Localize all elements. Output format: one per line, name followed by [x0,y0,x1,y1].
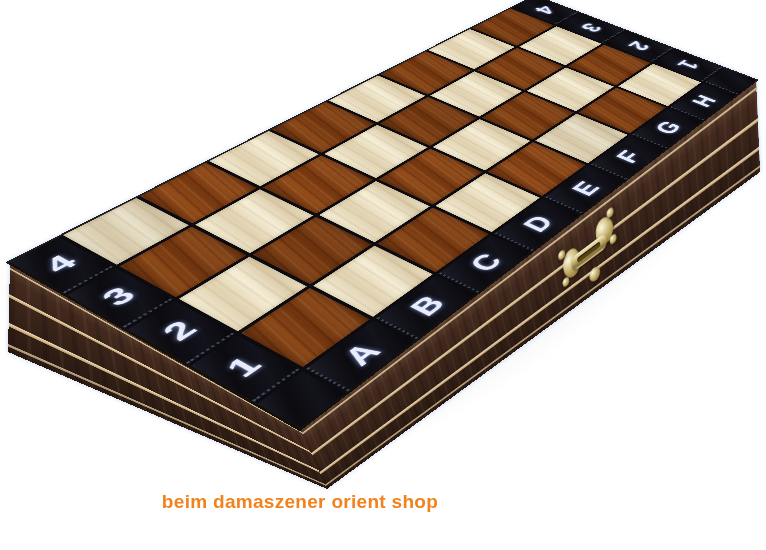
chess-box: 44332211ABCDEFGH [0,0,766,550]
brass-clasp [560,211,621,307]
watermark-text: beim damaszener orient shop [150,491,450,513]
photo-stage: 44332211ABCDEFGH beim damaszener orient … [0,0,766,550]
clasp-knob [588,264,601,284]
